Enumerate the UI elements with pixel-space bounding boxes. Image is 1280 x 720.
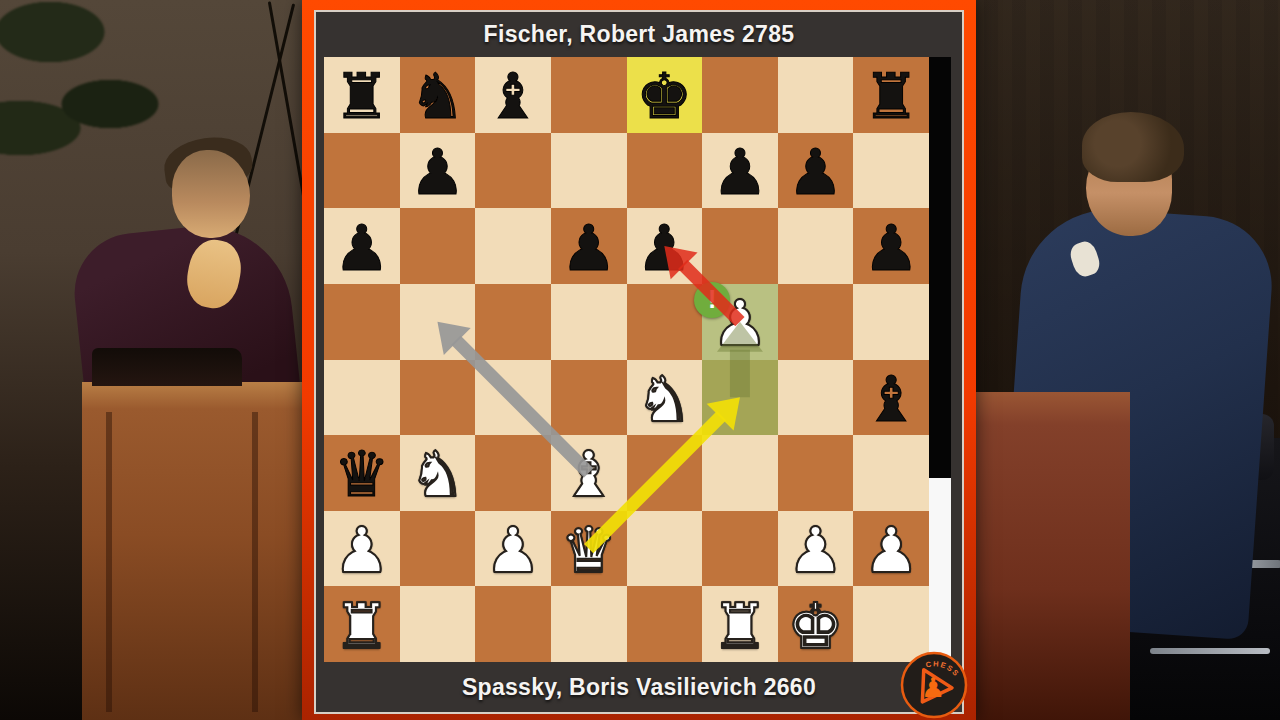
logo-pawn-icon: ♟ [921, 672, 945, 703]
white-knight-b3[interactable]: ♞ [409, 443, 465, 506]
square-h5[interactable] [853, 284, 929, 360]
square-a6[interactable]: ♟ [324, 208, 400, 284]
square-d3[interactable]: ♝ [551, 435, 627, 511]
broadcast-frame: Fischer, Robert James 2785 ♜♞♝♚♜♟♟♟♟♟♟♟♟… [302, 0, 976, 720]
square-g8[interactable] [778, 57, 854, 133]
white-pawn-g2[interactable]: ♟ [787, 519, 843, 582]
square-g6[interactable] [778, 208, 854, 284]
evaluation-bar-white-portion [929, 478, 951, 662]
square-h2[interactable]: ♟ [853, 511, 929, 587]
square-c7[interactable] [475, 133, 551, 209]
square-a4[interactable] [324, 360, 400, 436]
square-h7[interactable] [853, 133, 929, 209]
black-player-name: Fischer, Robert James 2785 [484, 21, 795, 48]
white-pawn-h2[interactable]: ♟ [863, 519, 919, 582]
square-e7[interactable] [627, 133, 703, 209]
square-d5[interactable] [551, 284, 627, 360]
white-pawn-a2[interactable]: ♟ [334, 519, 390, 582]
board-panel: Fischer, Robert James 2785 ♜♞♝♚♜♟♟♟♟♟♟♟♟… [316, 12, 962, 712]
black-pawn-e6[interactable]: ♟ [636, 217, 692, 280]
square-c2[interactable]: ♟ [475, 511, 551, 587]
white-player-name: Spassky, Boris Vasilievich 2660 [462, 674, 816, 701]
chessboard[interactable]: ♜♞♝♚♜♟♟♟♟♟♟♟♟♞♝♛♞♝♟♟♛♟♟♜♜♚ [324, 57, 929, 662]
channel-logo: CHESS PLAY ♟ [900, 651, 968, 719]
desk-left [82, 382, 310, 720]
black-pawn-f7[interactable]: ♟ [712, 141, 768, 204]
square-e1[interactable] [627, 586, 703, 662]
square-a2[interactable]: ♟ [324, 511, 400, 587]
square-g7[interactable]: ♟ [778, 133, 854, 209]
square-b3[interactable]: ♞ [400, 435, 476, 511]
square-e2[interactable] [627, 511, 703, 587]
black-pawn-a6[interactable]: ♟ [334, 217, 390, 280]
white-king-g1[interactable]: ♚ [787, 595, 843, 658]
square-e3[interactable] [627, 435, 703, 511]
black-king-e8[interactable]: ♚ [636, 65, 692, 128]
square-f7[interactable]: ♟ [702, 133, 778, 209]
black-rook-a8[interactable]: ♜ [334, 65, 390, 128]
square-g4[interactable] [778, 360, 854, 436]
white-knight-e4[interactable]: ♞ [636, 368, 692, 431]
black-rook-h8[interactable]: ♜ [863, 65, 919, 128]
square-b1[interactable] [400, 586, 476, 662]
frame-inner-line: Fischer, Robert James 2785 ♜♞♝♚♜♟♟♟♟♟♟♟♟… [314, 10, 964, 714]
square-c8[interactable]: ♝ [475, 57, 551, 133]
square-f6[interactable] [702, 208, 778, 284]
square-c5[interactable] [475, 284, 551, 360]
desk-right [952, 392, 1130, 720]
square-d6[interactable]: ♟ [551, 208, 627, 284]
white-player-nameplate: Spassky, Boris Vasilievich 2660 [316, 662, 962, 712]
square-d8[interactable] [551, 57, 627, 133]
square-e4[interactable]: ♞ [627, 360, 703, 436]
square-h3[interactable] [853, 435, 929, 511]
plant-decor [0, 0, 170, 200]
chessboard-area: ♜♞♝♚♜♟♟♟♟♟♟♟♟♞♝♛♞♝♟♟♛♟♟♜♜♚ ! [324, 57, 929, 662]
square-g3[interactable] [778, 435, 854, 511]
square-d4[interactable] [551, 360, 627, 436]
black-knight-b8[interactable]: ♞ [409, 65, 465, 128]
square-b8[interactable]: ♞ [400, 57, 476, 133]
square-a3[interactable]: ♛ [324, 435, 400, 511]
square-g2[interactable]: ♟ [778, 511, 854, 587]
square-g1[interactable]: ♚ [778, 586, 854, 662]
white-queen-d2[interactable]: ♛ [560, 519, 616, 582]
square-d2[interactable]: ♛ [551, 511, 627, 587]
square-b5[interactable] [400, 284, 476, 360]
square-f1[interactable]: ♜ [702, 586, 778, 662]
screenshot-root: { "header": { "black_player": "Fischer, … [0, 0, 1280, 720]
desk-left-items [92, 348, 242, 386]
square-f4[interactable] [702, 360, 778, 436]
black-queen-a3[interactable]: ♛ [334, 443, 390, 506]
square-a1[interactable]: ♜ [324, 586, 400, 662]
square-b6[interactable] [400, 208, 476, 284]
square-h4[interactable]: ♝ [853, 360, 929, 436]
black-bishop-h4[interactable]: ♝ [863, 368, 919, 431]
square-d7[interactable] [551, 133, 627, 209]
square-a7[interactable] [324, 133, 400, 209]
white-bishop-d3[interactable]: ♝ [560, 443, 616, 506]
square-b2[interactable] [400, 511, 476, 587]
square-b7[interactable]: ♟ [400, 133, 476, 209]
square-b4[interactable] [400, 360, 476, 436]
square-d1[interactable] [551, 586, 627, 662]
square-f8[interactable] [702, 57, 778, 133]
square-a5[interactable] [324, 284, 400, 360]
square-e6[interactable]: ♟ [627, 208, 703, 284]
black-pawn-g7[interactable]: ♟ [787, 141, 843, 204]
square-h6[interactable]: ♟ [853, 208, 929, 284]
square-c1[interactable] [475, 586, 551, 662]
black-player-nameplate: Fischer, Robert James 2785 [316, 12, 962, 57]
square-c6[interactable] [475, 208, 551, 284]
move-quality-badge: ! [694, 282, 730, 318]
black-pawn-b7[interactable]: ♟ [409, 141, 465, 204]
square-h8[interactable]: ♜ [853, 57, 929, 133]
white-pawn-c2[interactable]: ♟ [485, 519, 541, 582]
square-f3[interactable] [702, 435, 778, 511]
player-right-hair [1082, 112, 1184, 182]
evaluation-bar [929, 57, 951, 662]
white-rook-a1[interactable]: ♜ [334, 595, 390, 658]
black-bishop-c8[interactable]: ♝ [485, 65, 541, 128]
square-g5[interactable] [778, 284, 854, 360]
square-e5[interactable] [627, 284, 703, 360]
square-c4[interactable] [475, 360, 551, 436]
square-f2[interactable] [702, 511, 778, 587]
office-chair-chrome [1150, 648, 1270, 654]
player-left-head [172, 150, 250, 238]
square-a8[interactable]: ♜ [324, 57, 400, 133]
black-pawn-d6[interactable]: ♟ [560, 217, 616, 280]
black-pawn-h6[interactable]: ♟ [863, 217, 919, 280]
square-e8[interactable]: ♚ [627, 57, 703, 133]
white-rook-f1[interactable]: ♜ [712, 595, 768, 658]
square-c3[interactable] [475, 435, 551, 511]
